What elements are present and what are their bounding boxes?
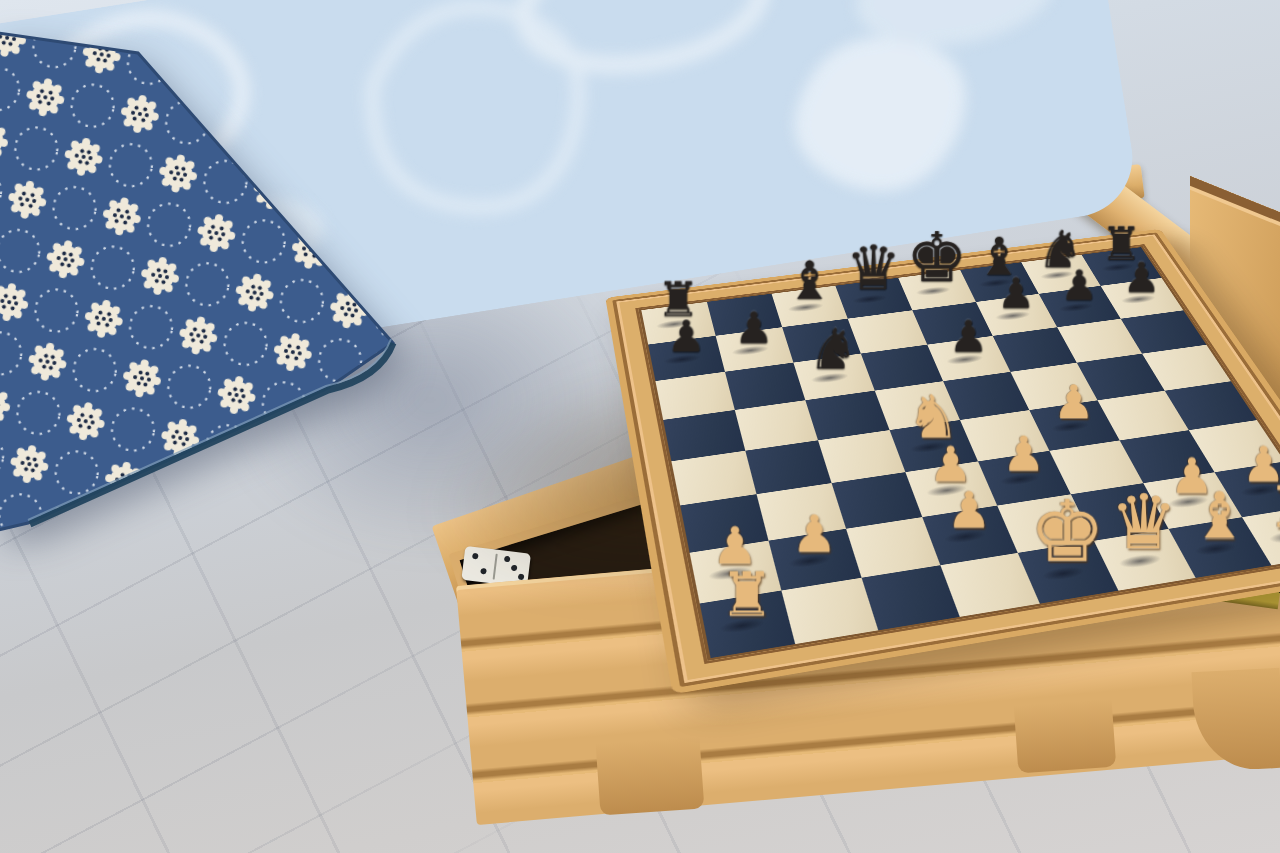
piece-glyph: ♟	[947, 487, 992, 535]
piece-glyph: ♟	[997, 274, 1035, 314]
piece-glyph: ♟	[792, 510, 838, 559]
piece-glyph: ♞	[809, 323, 859, 376]
piece-glyph: ♟	[1053, 381, 1094, 425]
piece-glyph: ♟	[666, 316, 705, 358]
piece-glyph: ♟	[1123, 258, 1160, 297]
piece-glyph: ♟	[735, 308, 774, 349]
photo-scene: ♜♝♛♚♝♞♜♟♟♟♟♟♞♟♞♟♟♟♟♟♟♟♟♜♚♛♝♜	[0, 0, 1280, 853]
square-a5[interactable]	[663, 410, 745, 461]
piece-glyph: ♟	[1002, 432, 1045, 478]
piece-glyph: ♜	[720, 566, 774, 623]
box-foot-middle	[1014, 699, 1117, 774]
piece-glyph: ♟	[1061, 266, 1099, 306]
piece-glyph: ♝	[786, 256, 833, 306]
floral-pillow	[0, 8, 428, 568]
piece-glyph: ♚	[1029, 491, 1105, 572]
piece-glyph: ♟	[949, 317, 988, 359]
box-foot-left	[596, 736, 705, 815]
